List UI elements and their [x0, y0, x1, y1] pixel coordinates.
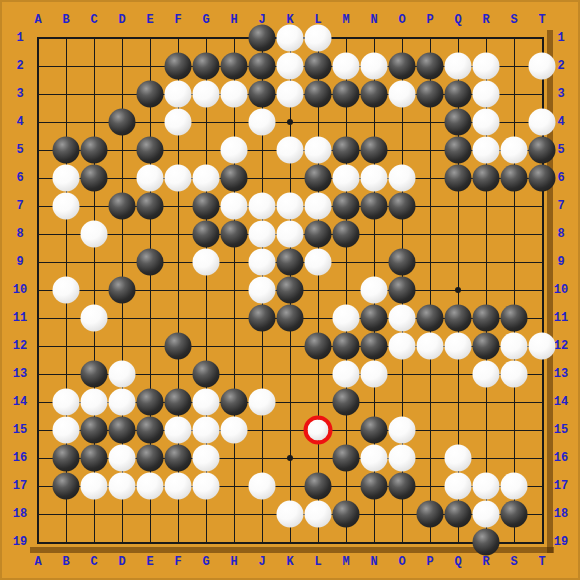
white-stone-C11[interactable] — [81, 305, 108, 332]
black-stone-H8[interactable] — [221, 221, 248, 248]
white-stone-L7[interactable] — [305, 193, 332, 220]
black-stone-M8[interactable] — [333, 221, 360, 248]
black-stone-J2[interactable] — [249, 53, 276, 80]
black-stone-E5[interactable] — [137, 137, 164, 164]
black-stone-F12[interactable] — [165, 333, 192, 360]
white-stone-L1[interactable] — [305, 25, 332, 52]
black-stone-C15[interactable] — [81, 417, 108, 444]
white-stone-F15[interactable] — [165, 417, 192, 444]
black-stone-G13[interactable] — [193, 361, 220, 388]
white-stone-K7[interactable] — [277, 193, 304, 220]
white-stone-S5[interactable] — [501, 137, 528, 164]
black-stone-P3[interactable] — [417, 81, 444, 108]
stones — [0, 0, 580, 580]
black-stone-O9[interactable] — [389, 249, 416, 276]
white-stone-M2[interactable] — [333, 53, 360, 80]
white-stone-K5[interactable] — [277, 137, 304, 164]
black-stone-E15[interactable] — [137, 417, 164, 444]
white-stone-F6[interactable] — [165, 165, 192, 192]
white-stone-G9[interactable] — [193, 249, 220, 276]
white-stone-L9[interactable] — [305, 249, 332, 276]
black-stone-O10[interactable] — [389, 277, 416, 304]
black-stone-N17[interactable] — [361, 473, 388, 500]
black-stone-C6[interactable] — [81, 165, 108, 192]
white-stone-G3[interactable] — [193, 81, 220, 108]
black-stone-M16[interactable] — [333, 445, 360, 472]
black-stone-R11[interactable] — [473, 305, 500, 332]
black-stone-T5[interactable] — [529, 137, 556, 164]
black-stone-K10[interactable] — [277, 277, 304, 304]
black-stone-J3[interactable] — [249, 81, 276, 108]
white-stone-O15[interactable] — [389, 417, 416, 444]
go-board-app: AABBCCDDEEFFGGHHJJKKLLMMNNOOPPQQRRSSTT11… — [0, 0, 580, 580]
black-stone-J1[interactable] — [249, 25, 276, 52]
black-stone-F2[interactable] — [165, 53, 192, 80]
black-stone-L8[interactable] — [305, 221, 332, 248]
black-stone-M7[interactable] — [333, 193, 360, 220]
black-stone-R12[interactable] — [473, 333, 500, 360]
white-stone-H3[interactable] — [221, 81, 248, 108]
black-stone-M3[interactable] — [333, 81, 360, 108]
black-stone-E9[interactable] — [137, 249, 164, 276]
black-stone-C13[interactable] — [81, 361, 108, 388]
white-stone-T2[interactable] — [529, 53, 556, 80]
white-stone-J4[interactable] — [249, 109, 276, 136]
black-stone-B16[interactable] — [53, 445, 80, 472]
black-stone-Q4[interactable] — [445, 109, 472, 136]
white-stone-C14[interactable] — [81, 389, 108, 416]
black-stone-N7[interactable] — [361, 193, 388, 220]
white-stone-J17[interactable] — [249, 473, 276, 500]
white-stone-L18[interactable] — [305, 501, 332, 528]
white-stone-G14[interactable] — [193, 389, 220, 416]
white-stone-R2[interactable] — [473, 53, 500, 80]
white-stone-B6[interactable] — [53, 165, 80, 192]
black-stone-F14[interactable] — [165, 389, 192, 416]
white-stone-B14[interactable] — [53, 389, 80, 416]
white-stone-Q12[interactable] — [445, 333, 472, 360]
black-stone-N3[interactable] — [361, 81, 388, 108]
black-stone-H6[interactable] — [221, 165, 248, 192]
black-stone-M5[interactable] — [333, 137, 360, 164]
white-stone-M11[interactable] — [333, 305, 360, 332]
white-stone-N13[interactable] — [361, 361, 388, 388]
black-stone-D7[interactable] — [109, 193, 136, 220]
white-stone-H5[interactable] — [221, 137, 248, 164]
black-stone-L12[interactable] — [305, 333, 332, 360]
white-stone-L5[interactable] — [305, 137, 332, 164]
white-stone-G15[interactable] — [193, 417, 220, 444]
black-stone-P18[interactable] — [417, 501, 444, 528]
white-stone-S13[interactable] — [501, 361, 528, 388]
white-stone-M13[interactable] — [333, 361, 360, 388]
white-stone-N2[interactable] — [361, 53, 388, 80]
black-stone-O17[interactable] — [389, 473, 416, 500]
black-stone-L3[interactable] — [305, 81, 332, 108]
black-stone-L17[interactable] — [305, 473, 332, 500]
black-stone-N5[interactable] — [361, 137, 388, 164]
black-stone-G2[interactable] — [193, 53, 220, 80]
white-stone-B7[interactable] — [53, 193, 80, 220]
black-stone-E14[interactable] — [137, 389, 164, 416]
white-stone-H15[interactable] — [221, 417, 248, 444]
white-stone-K18[interactable] — [277, 501, 304, 528]
white-stone-O6[interactable] — [389, 165, 416, 192]
white-stone-F4[interactable] — [165, 109, 192, 136]
black-stone-O7[interactable] — [389, 193, 416, 220]
black-stone-M14[interactable] — [333, 389, 360, 416]
white-stone-N6[interactable] — [361, 165, 388, 192]
black-stone-Q6[interactable] — [445, 165, 472, 192]
white-stone-R18[interactable] — [473, 501, 500, 528]
white-stone-S12[interactable] — [501, 333, 528, 360]
black-stone-P2[interactable] — [417, 53, 444, 80]
black-stone-E3[interactable] — [137, 81, 164, 108]
white-stone-H7[interactable] — [221, 193, 248, 220]
white-stone-S17[interactable] — [501, 473, 528, 500]
white-stone-F3[interactable] — [165, 81, 192, 108]
white-stone-Q17[interactable] — [445, 473, 472, 500]
white-stone-N10[interactable] — [361, 277, 388, 304]
white-stone-J10[interactable] — [249, 277, 276, 304]
white-stone-J8[interactable] — [249, 221, 276, 248]
white-stone-G17[interactable] — [193, 473, 220, 500]
white-stone-F17[interactable] — [165, 473, 192, 500]
white-stone-K2[interactable] — [277, 53, 304, 80]
white-stone-J7[interactable] — [249, 193, 276, 220]
black-stone-D4[interactable] — [109, 109, 136, 136]
black-stone-H2[interactable] — [221, 53, 248, 80]
white-stone-L15-last-move[interactable] — [304, 416, 333, 445]
white-stone-B10[interactable] — [53, 277, 80, 304]
white-stone-Q16[interactable] — [445, 445, 472, 472]
black-stone-N12[interactable] — [361, 333, 388, 360]
white-stone-C8[interactable] — [81, 221, 108, 248]
black-stone-T6[interactable] — [529, 165, 556, 192]
black-stone-J11[interactable] — [249, 305, 276, 332]
white-stone-O12[interactable] — [389, 333, 416, 360]
black-stone-O2[interactable] — [389, 53, 416, 80]
black-stone-B17[interactable] — [53, 473, 80, 500]
black-stone-K11[interactable] — [277, 305, 304, 332]
white-stone-T4[interactable] — [529, 109, 556, 136]
white-stone-B15[interactable] — [53, 417, 80, 444]
black-stone-E16[interactable] — [137, 445, 164, 472]
black-stone-S6[interactable] — [501, 165, 528, 192]
black-stone-L6[interactable] — [305, 165, 332, 192]
black-stone-Q18[interactable] — [445, 501, 472, 528]
white-stone-R17[interactable] — [473, 473, 500, 500]
black-stone-Q11[interactable] — [445, 305, 472, 332]
white-stone-J14[interactable] — [249, 389, 276, 416]
white-stone-R4[interactable] — [473, 109, 500, 136]
white-stone-K3[interactable] — [277, 81, 304, 108]
white-stone-G6[interactable] — [193, 165, 220, 192]
white-stone-C17[interactable] — [81, 473, 108, 500]
white-stone-Q2[interactable] — [445, 53, 472, 80]
black-stone-N15[interactable] — [361, 417, 388, 444]
white-stone-K8[interactable] — [277, 221, 304, 248]
white-stone-P12[interactable] — [417, 333, 444, 360]
black-stone-R19[interactable] — [473, 529, 500, 556]
black-stone-P11[interactable] — [417, 305, 444, 332]
black-stone-S18[interactable] — [501, 501, 528, 528]
star-point-K16 — [287, 455, 293, 461]
black-stone-K9[interactable] — [277, 249, 304, 276]
black-stone-M12[interactable] — [333, 333, 360, 360]
black-stone-D10[interactable] — [109, 277, 136, 304]
black-stone-D15[interactable] — [109, 417, 136, 444]
black-stone-G8[interactable] — [193, 221, 220, 248]
white-stone-E6[interactable] — [137, 165, 164, 192]
white-stone-N16[interactable] — [361, 445, 388, 472]
black-stone-H14[interactable] — [221, 389, 248, 416]
black-stone-L2[interactable] — [305, 53, 332, 80]
white-stone-E17[interactable] — [137, 473, 164, 500]
white-stone-D16[interactable] — [109, 445, 136, 472]
black-stone-R6[interactable] — [473, 165, 500, 192]
white-stone-G16[interactable] — [193, 445, 220, 472]
white-stone-D14[interactable] — [109, 389, 136, 416]
black-stone-M18[interactable] — [333, 501, 360, 528]
white-stone-O11[interactable] — [389, 305, 416, 332]
white-stone-J9[interactable] — [249, 249, 276, 276]
star-point-K4 — [287, 119, 293, 125]
white-stone-K1[interactable] — [277, 25, 304, 52]
white-stone-R13[interactable] — [473, 361, 500, 388]
black-stone-B5[interactable] — [53, 137, 80, 164]
black-stone-S11[interactable] — [501, 305, 528, 332]
black-stone-Q5[interactable] — [445, 137, 472, 164]
black-stone-N11[interactable] — [361, 305, 388, 332]
black-stone-C16[interactable] — [81, 445, 108, 472]
white-stone-M6[interactable] — [333, 165, 360, 192]
black-stone-C5[interactable] — [81, 137, 108, 164]
white-stone-R5[interactable] — [473, 137, 500, 164]
star-point-Q10 — [455, 287, 461, 293]
black-stone-F16[interactable] — [165, 445, 192, 472]
black-stone-Q3[interactable] — [445, 81, 472, 108]
white-stone-R3[interactable] — [473, 81, 500, 108]
white-stone-O3[interactable] — [389, 81, 416, 108]
white-stone-O16[interactable] — [389, 445, 416, 472]
white-stone-T12[interactable] — [529, 333, 556, 360]
white-stone-D17[interactable] — [109, 473, 136, 500]
black-stone-G7[interactable] — [193, 193, 220, 220]
black-stone-E7[interactable] — [137, 193, 164, 220]
white-stone-D13[interactable] — [109, 361, 136, 388]
